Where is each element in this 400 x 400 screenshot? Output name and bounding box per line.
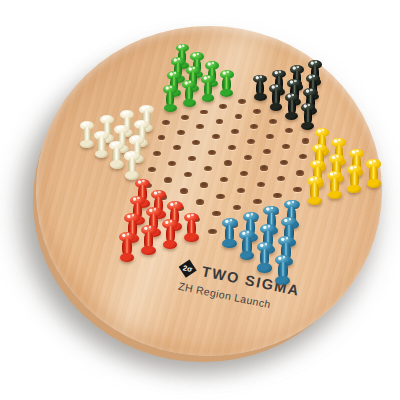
board-hole[interactable] — [188, 156, 196, 161]
board-hole[interactable] — [260, 165, 268, 170]
peg-foot — [240, 251, 255, 260]
peg-white[interactable] — [94, 131, 109, 159]
board-hole[interactable] — [293, 187, 301, 192]
peg-black[interactable] — [269, 84, 283, 111]
board-hole[interactable] — [296, 170, 304, 175]
peg-foot — [164, 104, 177, 112]
board-hole[interactable] — [153, 151, 161, 156]
board-hole[interactable] — [253, 109, 261, 114]
peg-yellow[interactable] — [366, 159, 381, 187]
peg-foot — [120, 253, 135, 262]
board-hole[interactable] — [192, 140, 200, 145]
peg-foot — [95, 150, 108, 158]
peg-green[interactable] — [163, 85, 177, 112]
board-hole[interactable] — [257, 182, 265, 187]
peg-white[interactable] — [109, 141, 124, 169]
board-hole[interactable] — [244, 155, 252, 160]
peg-foot — [254, 93, 267, 101]
peg-foot — [270, 103, 283, 111]
peg-black[interactable] — [285, 93, 299, 120]
board-hole[interactable] — [164, 177, 172, 182]
peg-foot — [257, 263, 272, 272]
peg-green[interactable] — [182, 80, 196, 107]
board-hole[interactable] — [184, 172, 192, 177]
peg-white[interactable] — [80, 121, 95, 149]
peg-foot — [184, 233, 198, 242]
board-hole[interactable] — [266, 134, 274, 139]
peg-blue[interactable] — [239, 230, 255, 260]
peg-foot — [110, 160, 124, 168]
board-hole[interactable] — [224, 160, 232, 165]
board-hole[interactable] — [253, 199, 261, 204]
peg-foot — [163, 240, 177, 249]
peg-black[interactable] — [301, 103, 316, 130]
peg-red[interactable] — [184, 213, 200, 243]
peg-green[interactable] — [220, 70, 234, 96]
board-hole[interactable] — [208, 229, 216, 235]
peg-green[interactable] — [201, 75, 215, 101]
peg-red[interactable] — [141, 225, 157, 255]
board-hole[interactable] — [162, 120, 170, 125]
board-hole[interactable] — [196, 199, 204, 204]
peg-blue[interactable] — [257, 242, 273, 273]
peg-foot — [183, 99, 196, 107]
peg-foot — [308, 197, 322, 206]
peg-foot — [222, 239, 236, 248]
peg-foot — [328, 191, 342, 200]
board-hole[interactable] — [277, 176, 285, 181]
peg-yellow[interactable] — [327, 171, 342, 200]
peg-yellow[interactable] — [307, 176, 322, 205]
board-hole[interactable] — [212, 211, 220, 216]
logo-mark: 2σ — [182, 264, 193, 273]
peg-foot — [367, 179, 381, 188]
peg-foot — [347, 185, 361, 194]
peg-white[interactable] — [124, 151, 139, 179]
peg-foot — [80, 140, 93, 148]
peg-blue[interactable] — [275, 255, 292, 286]
board-hole[interactable] — [302, 138, 310, 143]
peg-foot — [275, 276, 290, 285]
peg-red[interactable] — [162, 219, 178, 249]
board-hole[interactable] — [177, 130, 185, 135]
board-hole[interactable] — [216, 194, 224, 199]
peg-foot — [301, 122, 314, 130]
peg-foot — [202, 94, 215, 102]
board-hole[interactable] — [200, 182, 208, 187]
peg-blue[interactable] — [222, 218, 238, 248]
board-hole[interactable] — [180, 188, 188, 193]
peg-red[interactable] — [119, 232, 135, 262]
board-hole[interactable] — [228, 145, 236, 150]
board-hole[interactable] — [148, 167, 156, 172]
peg-foot — [141, 246, 155, 255]
board-hole[interactable] — [273, 193, 281, 198]
peg-black[interactable] — [253, 75, 267, 101]
board-hole[interactable] — [250, 124, 258, 129]
board-hole[interactable] — [181, 115, 189, 120]
chinese-checkers-photo: 2σ TWO SIGMA ZH Region Launch — [0, 0, 400, 400]
peg-foot — [285, 112, 298, 120]
peg-foot — [220, 89, 233, 97]
board-hole[interactable] — [237, 188, 245, 193]
board-hole[interactable] — [280, 160, 288, 165]
peg-yellow[interactable] — [347, 165, 362, 194]
board-hole[interactable] — [269, 119, 277, 124]
two-sigma-diamond-icon: 2σ — [179, 259, 197, 277]
